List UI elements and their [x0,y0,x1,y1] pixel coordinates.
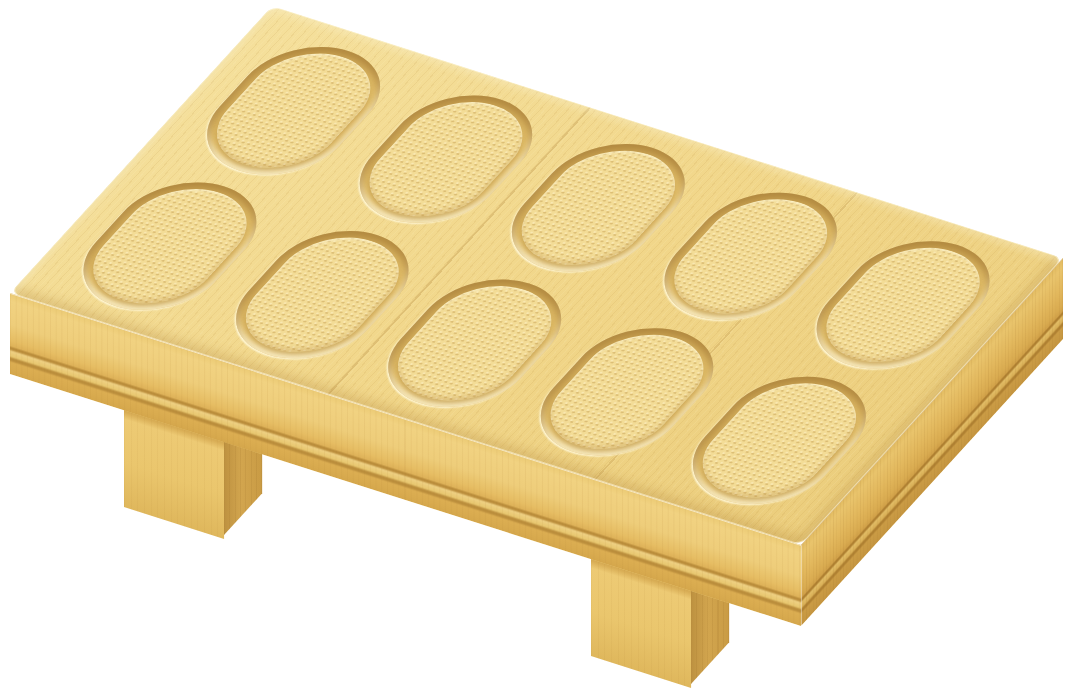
pit-dimpled-pad [679,370,881,511]
pit-dimpled-pad [374,273,576,414]
pit-dimpled-pad [526,322,728,463]
pit-dimpled-pad [497,137,699,278]
product-photo-scene [0,0,1071,700]
pit-dimpled-pad [650,186,852,327]
pit-dimpled-pad [192,40,394,181]
pit-dimpled-pad [221,224,423,365]
pit-dimpled-pad [69,176,271,317]
pit-dimpled-pad [345,89,547,230]
pit-dimpled-pad [802,235,1004,376]
